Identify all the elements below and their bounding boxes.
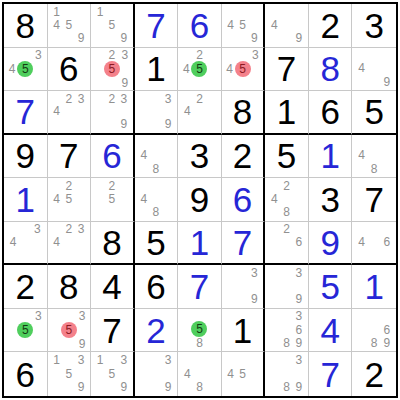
candidate-grid: 25 <box>91 178 133 221</box>
cell-r1c6[interactable]: 459 <box>222 4 266 48</box>
given-digit: 5 <box>135 222 178 264</box>
solved-digit: 7 <box>135 4 178 47</box>
given-digit: 4 <box>91 265 133 308</box>
cell-r5c2[interactable]: 245 <box>48 178 92 222</box>
candidate-5: 5 <box>63 18 75 31</box>
candidate-4: 4 <box>225 61 235 77</box>
cell-r4c5[interactable]: 3 <box>178 135 222 179</box>
solved-digit: 2 <box>135 309 178 352</box>
cell-r8c7[interactable]: 3689 <box>265 309 309 353</box>
given-digit: 6 <box>309 91 352 133</box>
candidate-4: 4 <box>268 18 280 31</box>
candidate-8: 8 <box>281 336 293 349</box>
cell-r4c3[interactable]: 6 <box>91 135 135 179</box>
candidate-4: 4 <box>355 62 368 75</box>
cell-r1c1[interactable]: 8 <box>4 4 48 48</box>
candidate-9: 9 <box>120 77 130 89</box>
cell-r4c8[interactable]: 1 <box>309 135 353 179</box>
candidate-8: 8 <box>191 337 207 349</box>
solved-digit: 7 <box>4 91 47 133</box>
candidate-3: 3 <box>33 310 43 322</box>
solved-digit: 1 <box>4 178 47 221</box>
cell-r5c8[interactable]: 3 <box>309 178 353 222</box>
cell-r8c9[interactable]: 689 <box>352 309 396 353</box>
candidate-9: 9 <box>75 31 87 44</box>
candidate-1: 1 <box>94 353 106 367</box>
candidate-9: 9 <box>380 336 393 349</box>
candidate-3: 3 <box>75 223 87 236</box>
candidate-1: 1 <box>51 353 63 367</box>
candidate-6: 6 <box>293 236 305 249</box>
cell-r6c2[interactable]: 234 <box>48 222 92 266</box>
solved-digit: 4 <box>309 309 352 352</box>
cell-r5c9[interactable]: 7 <box>352 178 396 222</box>
candidate-grid: 24 <box>178 91 221 133</box>
candidate-2: 2 <box>281 223 293 236</box>
candidate-3: 3 <box>31 223 43 236</box>
cell-r9c2[interactable]: 1359 <box>48 352 92 396</box>
cell-r8c8[interactable]: 4 <box>309 309 353 353</box>
cell-r7c2[interactable]: 8 <box>48 265 92 309</box>
candidate-grid: 234 <box>48 91 91 133</box>
candidate-4: 4 <box>225 18 237 31</box>
candidate-3: 3 <box>33 49 43 61</box>
candidate-9: 9 <box>380 75 393 88</box>
candidate-5: 5 <box>63 367 75 381</box>
candidate-grid: 26 <box>265 222 308 264</box>
candidate-3: 3 <box>248 266 260 279</box>
given-digit: 5 <box>352 91 396 133</box>
cell-r7c1[interactable]: 2 <box>4 265 48 309</box>
cell-r7c8[interactable]: 5 <box>309 265 353 309</box>
cell-r6c7[interactable]: 26 <box>265 222 309 266</box>
candidate-9: 9 <box>162 118 174 131</box>
candidate-grid: 39 <box>135 91 178 133</box>
candidate-5-green-highlight: 5 <box>17 61 33 77</box>
candidate-3: 3 <box>293 310 305 323</box>
cell-r6c5[interactable]: 1 <box>178 222 222 266</box>
candidate-2: 2 <box>106 179 118 192</box>
given-digit: 2 <box>222 135 264 178</box>
solved-digit: 6 <box>222 178 264 221</box>
cell-r1c9[interactable]: 3 <box>352 4 396 48</box>
given-digit: 2 <box>4 265 47 308</box>
candidate-5-red-highlight: 5 <box>61 322 77 338</box>
candidate-grid: 1459 <box>48 4 91 47</box>
candidate-grid: 45 <box>222 352 264 396</box>
cell-r3c4[interactable]: 39 <box>135 91 179 135</box>
given-digit: 6 <box>135 265 178 308</box>
candidate-1: 1 <box>94 5 106 18</box>
cell-r3c1[interactable]: 7 <box>4 91 48 135</box>
candidate-1: 1 <box>51 5 63 18</box>
cell-r3c6[interactable]: 8 <box>222 91 266 135</box>
candidate-grid: 239 <box>91 91 133 133</box>
candidate-2: 2 <box>191 49 207 61</box>
candidate-9: 9 <box>248 31 260 44</box>
candidate-5: 5 <box>106 18 118 31</box>
cell-r9c1[interactable]: 6 <box>4 352 48 396</box>
candidate-5: 5 <box>106 367 118 381</box>
candidate-3: 3 <box>251 49 261 61</box>
cell-r5c5[interactable]: 9 <box>178 178 222 222</box>
candidate-5-green-highlight: 5 <box>17 322 33 338</box>
candidate-9: 9 <box>293 31 305 44</box>
cell-r6c6[interactable]: 7 <box>222 222 266 266</box>
candidate-grid: 245 <box>48 178 91 221</box>
candidate-9: 9 <box>293 293 305 306</box>
candidate-5: 5 <box>106 192 118 205</box>
cell-r3c7[interactable]: 1 <box>265 91 309 135</box>
candidate-4: 4 <box>225 367 237 381</box>
candidate-2: 2 <box>63 179 75 192</box>
candidate-4: 4 <box>268 192 280 205</box>
candidate-4: 4 <box>138 192 150 205</box>
given-digit: 8 <box>4 4 47 47</box>
cell-r8c4[interactable]: 2 <box>135 309 179 353</box>
candidate-6: 6 <box>293 323 305 336</box>
candidate-grid: 48 <box>135 178 178 221</box>
cell-r3c3[interactable]: 239 <box>91 91 135 135</box>
cell-r3c8[interactable]: 6 <box>309 91 353 135</box>
candidate-grid: 46 <box>352 222 396 264</box>
cell-r9c6[interactable]: 45 <box>222 352 266 396</box>
candidate-grid: 345 <box>222 48 264 91</box>
cell-r2c7[interactable]: 7 <box>265 48 309 92</box>
cell-r5c7[interactable]: 248 <box>265 178 309 222</box>
solved-digit: 1 <box>309 135 352 178</box>
solved-digit: 6 <box>178 4 221 47</box>
given-digit: 8 <box>222 91 264 133</box>
given-digit: 1 <box>265 91 308 133</box>
solved-digit: 7 <box>222 222 264 264</box>
candidate-9: 9 <box>77 338 87 350</box>
candidate-9: 9 <box>293 336 305 349</box>
candidate-8: 8 <box>368 162 381 175</box>
candidate-grid: 345 <box>4 48 47 91</box>
candidate-3: 3 <box>120 49 130 61</box>
given-digit: 7 <box>352 178 396 221</box>
candidate-grid: 39 <box>222 265 264 308</box>
cell-r7c7[interactable]: 39 <box>265 265 309 309</box>
candidate-4: 4 <box>355 149 368 162</box>
candidate-5: 5 <box>237 18 249 31</box>
candidate-grid: 49 <box>265 4 308 47</box>
cell-r1c5[interactable]: 6 <box>178 4 222 48</box>
candidate-5-red-highlight: 5 <box>104 61 120 77</box>
candidate-6: 6 <box>380 323 393 336</box>
cell-r8c5[interactable]: 58 <box>178 309 222 353</box>
candidate-5: 5 <box>237 367 249 381</box>
candidate-5-green-highlight: 5 <box>191 321 207 337</box>
given-digit: 6 <box>4 352 47 396</box>
cell-r2c4[interactable]: 1 <box>135 48 179 92</box>
candidate-grid: 159 <box>91 4 133 47</box>
cell-r8c1[interactable]: 35 <box>4 309 48 353</box>
solved-digit: 7 <box>178 265 221 308</box>
cell-r6c4[interactable]: 5 <box>135 222 179 266</box>
candidate-8: 8 <box>281 206 293 219</box>
candidate-grid: 34 <box>4 222 47 264</box>
cell-r6c3[interactable]: 8 <box>91 222 135 266</box>
candidate-8: 8 <box>150 162 162 175</box>
candidate-3: 3 <box>75 92 87 105</box>
candidate-2: 2 <box>63 92 75 105</box>
cell-r7c4[interactable]: 6 <box>135 265 179 309</box>
cell-r4c4[interactable]: 48 <box>135 135 179 179</box>
cell-r1c4[interactable]: 7 <box>135 4 179 48</box>
candidate-2: 2 <box>63 223 75 236</box>
solved-digit: 7 <box>309 352 352 396</box>
candidate-4: 4 <box>51 18 63 31</box>
candidate-6: 6 <box>380 236 393 249</box>
given-digit: 7 <box>265 48 308 91</box>
cell-r1c8[interactable]: 2 <box>309 4 353 48</box>
candidate-grid: 1359 <box>48 352 91 396</box>
candidate-4: 4 <box>355 236 368 249</box>
candidate-3: 3 <box>293 266 305 279</box>
given-digit: 1 <box>135 48 178 91</box>
candidate-4: 4 <box>138 149 150 162</box>
cell-r4c7[interactable]: 5 <box>265 135 309 179</box>
cell-r2c2[interactable]: 6 <box>48 48 92 92</box>
cell-r2c9[interactable]: 49 <box>352 48 396 92</box>
cell-r3c2[interactable]: 234 <box>48 91 92 135</box>
candidate-8: 8 <box>193 380 205 394</box>
candidate-grid: 248 <box>265 178 308 221</box>
candidate-grid: 48 <box>178 352 221 396</box>
candidate-4: 4 <box>181 367 193 381</box>
cell-r8c6[interactable]: 1 <box>222 309 266 353</box>
given-digit: 6 <box>48 48 91 91</box>
given-digit: 7 <box>48 135 91 178</box>
given-digit: 8 <box>91 222 133 264</box>
cell-r9c4[interactable]: 39 <box>135 352 179 396</box>
candidate-grid: 234 <box>48 222 91 264</box>
solved-digit: 6 <box>91 135 133 178</box>
candidate-grid: 459 <box>222 4 264 47</box>
candidate-3: 3 <box>162 92 174 105</box>
cell-r3c9[interactable]: 5 <box>352 91 396 135</box>
cell-r9c8[interactable]: 7 <box>309 352 353 396</box>
cell-r7c6[interactable]: 39 <box>222 265 266 309</box>
candidate-9: 9 <box>293 380 305 394</box>
candidate-9: 9 <box>118 31 130 44</box>
cell-r2c1[interactable]: 345 <box>4 48 48 92</box>
cell-r9c3[interactable]: 1359 <box>91 352 135 396</box>
cell-r5c6[interactable]: 6 <box>222 178 266 222</box>
candidate-grid: 39 <box>135 352 178 396</box>
candidate-8: 8 <box>368 336 381 349</box>
cell-r2c6[interactable]: 345 <box>222 48 266 92</box>
sudoku-board: 8145915976459492334562359124534578497234… <box>2 2 398 398</box>
candidate-3: 3 <box>77 310 87 322</box>
cell-r8c2[interactable]: 359 <box>48 309 92 353</box>
candidate-4: 4 <box>7 236 19 249</box>
given-digit: 2 <box>352 352 396 396</box>
cell-r1c2[interactable]: 1459 <box>48 4 92 48</box>
cell-r6c9[interactable]: 46 <box>352 222 396 266</box>
cell-r4c2[interactable]: 7 <box>48 135 92 179</box>
candidate-4: 4 <box>51 236 63 249</box>
given-digit: 3 <box>178 135 221 178</box>
candidate-grid: 2359 <box>91 48 133 91</box>
candidate-4: 4 <box>51 105 63 118</box>
cell-r1c7[interactable]: 49 <box>265 4 309 48</box>
solved-digit: 9 <box>309 222 352 264</box>
cell-r2c3[interactable]: 2359 <box>91 48 135 92</box>
candidate-3: 3 <box>75 353 87 367</box>
cell-r9c7[interactable]: 389 <box>265 352 309 396</box>
candidate-8: 8 <box>281 380 293 394</box>
candidate-grid: 49 <box>352 48 396 91</box>
candidate-8: 8 <box>150 206 162 219</box>
candidate-grid: 359 <box>48 309 91 352</box>
cell-r7c3[interactable]: 4 <box>91 265 135 309</box>
candidate-2: 2 <box>193 92 205 105</box>
candidate-5-red-highlight: 5 <box>235 61 251 77</box>
cell-r6c1[interactable]: 34 <box>4 222 48 266</box>
cell-r7c9[interactable]: 1 <box>352 265 396 309</box>
candidate-4: 4 <box>181 61 191 77</box>
given-digit: 3 <box>309 178 352 221</box>
candidate-4: 4 <box>181 105 193 118</box>
cell-r8c3[interactable]: 7 <box>91 309 135 353</box>
candidate-9: 9 <box>118 380 130 394</box>
cell-r6c8[interactable]: 9 <box>309 222 353 266</box>
solved-digit: 5 <box>309 265 352 308</box>
candidate-9: 9 <box>75 380 87 394</box>
solved-digit: 1 <box>178 222 221 264</box>
candidate-2: 2 <box>281 179 293 192</box>
given-digit: 9 <box>4 135 47 178</box>
given-digit: 3 <box>352 4 396 47</box>
candidate-5-green-highlight: 5 <box>191 61 207 77</box>
given-digit: 2 <box>309 4 352 47</box>
cell-r4c6[interactable]: 2 <box>222 135 266 179</box>
candidate-grid: 48 <box>352 135 396 178</box>
cell-r2c8[interactable]: 8 <box>309 48 353 92</box>
cell-r7c5[interactable]: 7 <box>178 265 222 309</box>
candidate-3: 3 <box>293 353 305 367</box>
candidate-grid: 389 <box>265 352 308 396</box>
candidate-3: 3 <box>162 353 174 367</box>
candidate-grid: 689 <box>352 309 396 352</box>
solved-digit: 8 <box>309 48 352 91</box>
candidate-grid: 35 <box>4 309 47 352</box>
cell-r5c1[interactable]: 1 <box>4 178 48 222</box>
cell-r5c3[interactable]: 25 <box>91 178 135 222</box>
candidate-grid: 1359 <box>91 352 133 396</box>
candidate-grid: 48 <box>135 135 178 178</box>
candidate-3: 3 <box>118 92 130 105</box>
candidate-9: 9 <box>162 380 174 394</box>
cell-r5c4[interactable]: 48 <box>135 178 179 222</box>
cell-r1c3[interactable]: 159 <box>91 4 135 48</box>
candidate-9: 9 <box>118 118 130 131</box>
given-digit: 9 <box>178 178 221 221</box>
candidate-4: 4 <box>51 192 63 205</box>
candidate-grid: 58 <box>178 309 221 352</box>
candidate-2: 2 <box>104 49 120 61</box>
candidate-grid: 3689 <box>265 309 308 352</box>
cell-r3c5[interactable]: 24 <box>178 91 222 135</box>
candidate-9: 9 <box>248 293 260 306</box>
given-digit: 5 <box>265 135 308 178</box>
candidate-4: 4 <box>7 61 17 77</box>
candidate-2: 2 <box>106 92 118 105</box>
given-digit: 1 <box>222 309 264 352</box>
cell-r4c9[interactable]: 48 <box>352 135 396 179</box>
candidate-3: 3 <box>118 353 130 367</box>
candidate-5: 5 <box>63 192 75 205</box>
solved-digit: 1 <box>352 265 396 308</box>
cell-r9c5[interactable]: 48 <box>178 352 222 396</box>
cell-r4c1[interactable]: 9 <box>4 135 48 179</box>
cell-r2c5[interactable]: 245 <box>178 48 222 92</box>
candidate-grid: 39 <box>265 265 308 308</box>
candidate-grid: 245 <box>178 48 221 91</box>
given-digit: 7 <box>91 309 133 352</box>
given-digit: 8 <box>48 265 91 308</box>
cell-r9c9[interactable]: 2 <box>352 352 396 396</box>
